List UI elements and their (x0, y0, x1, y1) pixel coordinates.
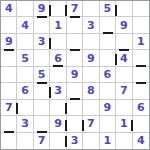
given-digit: 3 (87, 20, 95, 31)
cell-r2c1[interactable] (1, 17, 17, 33)
consecutive-marker-vertical (49, 38, 51, 49)
given-digit: 7 (5, 102, 13, 113)
given-digit: 6 (54, 53, 62, 64)
consecutive-marker-vertical (115, 54, 117, 65)
cell-r7c9[interactable]: 6 (133, 100, 149, 116)
cell-r1c9[interactable] (133, 1, 149, 17)
given-digit: 1 (54, 20, 62, 31)
cell-r6c6[interactable]: 8 (83, 83, 99, 99)
cell-r7c6[interactable] (83, 100, 99, 116)
cell-r2c5[interactable] (67, 17, 83, 33)
cell-r1c8[interactable] (116, 1, 132, 17)
cell-r6c9[interactable] (133, 83, 149, 99)
cell-r3c7[interactable] (100, 34, 116, 50)
given-digit: 9 (104, 102, 112, 113)
cell-r9c5[interactable]: 3 (67, 133, 83, 149)
given-digit: 7 (38, 135, 46, 146)
cell-r3c4[interactable] (50, 34, 66, 50)
given-digit: 4 (120, 53, 128, 64)
cell-r4c6[interactable]: 9 (83, 50, 99, 66)
cell-r1c6[interactable] (83, 1, 99, 17)
consecutive-marker-horizontal (4, 131, 14, 133)
given-digit: 8 (87, 85, 95, 96)
cell-r2c3[interactable] (34, 17, 50, 33)
cell-r2c9[interactable] (133, 17, 149, 33)
cell-r8c7[interactable] (100, 116, 116, 132)
consecutive-marker-horizontal (119, 49, 129, 51)
cell-r5c6[interactable] (83, 67, 99, 83)
given-digit: 3 (38, 36, 46, 47)
consecutive-marker-horizontal (103, 32, 113, 34)
given-digit: 7 (120, 85, 128, 96)
cell-r4c8[interactable]: 4 (116, 50, 132, 66)
sudoku-board: 497541399315694596638779639717314 (0, 0, 150, 150)
given-digit: 1 (120, 118, 128, 129)
cell-r1c1[interactable]: 4 (1, 1, 17, 17)
consecutive-marker-horizontal (37, 131, 47, 133)
given-digit: 5 (38, 69, 46, 80)
consecutive-marker-vertical (131, 120, 133, 131)
cell-r1c2[interactable] (17, 1, 33, 17)
consecutive-marker-horizontal (136, 65, 146, 67)
given-digit: 3 (71, 135, 79, 146)
given-digit: 6 (137, 102, 145, 113)
given-digit: 9 (71, 69, 79, 80)
consecutive-marker-horizontal (70, 49, 80, 51)
consecutive-marker-horizontal (37, 82, 47, 84)
consecutive-marker-horizontal (53, 65, 63, 67)
given-digit: 9 (54, 118, 62, 129)
cell-r2c6[interactable]: 3 (83, 17, 99, 33)
given-digit: 9 (120, 20, 128, 31)
given-digit: 6 (104, 69, 112, 80)
consecutive-marker-vertical (65, 103, 67, 114)
given-digit: 9 (5, 36, 13, 47)
cell-r5c7[interactable]: 6 (100, 67, 116, 83)
given-digit: 7 (87, 118, 95, 129)
given-digit: 5 (104, 3, 112, 14)
cell-r6c7[interactable] (100, 83, 116, 99)
cell-r6c8[interactable]: 7 (116, 83, 132, 99)
consecutive-marker-vertical (49, 87, 51, 98)
cell-r8c6[interactable]: 7 (83, 116, 99, 132)
cell-r5c8[interactable] (116, 67, 132, 83)
consecutive-marker-horizontal (136, 82, 146, 84)
cell-r7c8[interactable] (116, 100, 132, 116)
cell-r6c4[interactable]: 3 (50, 83, 66, 99)
cell-r2c8[interactable]: 9 (116, 17, 132, 33)
consecutive-marker-vertical (65, 136, 67, 147)
cell-r3c6[interactable] (83, 34, 99, 50)
consecutive-sudoku-screenshot: 497541399315694596638779639717314 (0, 0, 150, 150)
cell-r9c1[interactable] (1, 133, 17, 149)
cell-r4c2[interactable]: 5 (17, 50, 33, 66)
consecutive-marker-vertical (16, 103, 18, 114)
cell-r5c1[interactable] (1, 67, 17, 83)
given-digit: 3 (21, 118, 29, 129)
cell-r5c5[interactable]: 9 (67, 67, 83, 83)
cell-r3c2[interactable] (17, 34, 33, 50)
cell-r4c3[interactable] (34, 50, 50, 66)
consecutive-marker-horizontal (37, 16, 47, 18)
given-digit: 6 (21, 85, 29, 96)
cell-r4c5[interactable] (67, 50, 83, 66)
cell-r3c9[interactable]: 1 (133, 34, 149, 50)
consecutive-marker-vertical (49, 5, 51, 16)
consecutive-marker-vertical (65, 5, 67, 16)
consecutive-marker-horizontal (70, 16, 80, 18)
cell-r4c1[interactable] (1, 50, 17, 66)
consecutive-marker-horizontal (70, 98, 80, 100)
cell-r7c7[interactable]: 9 (100, 100, 116, 116)
cell-r7c5[interactable] (67, 100, 83, 116)
consecutive-marker-vertical (82, 120, 84, 131)
cell-r2c2[interactable]: 4 (17, 17, 33, 33)
consecutive-marker-horizontal (4, 49, 14, 51)
given-digit: 3 (54, 85, 62, 96)
given-digit: 4 (137, 135, 145, 146)
given-digit: 7 (71, 3, 79, 14)
cell-r9c9[interactable]: 4 (133, 133, 149, 149)
cell-r8c2[interactable]: 3 (17, 116, 33, 132)
given-digit: 9 (38, 3, 46, 14)
cell-r9c6[interactable] (83, 133, 99, 149)
consecutive-marker-vertical (115, 5, 117, 16)
given-digit: 1 (104, 135, 112, 146)
given-digit: 9 (87, 53, 95, 64)
cell-r7c2[interactable] (17, 100, 33, 116)
cell-r9c8[interactable] (116, 133, 132, 149)
given-digit: 1 (137, 36, 145, 47)
given-digit: 4 (5, 3, 13, 14)
cell-r9c3[interactable]: 7 (34, 133, 50, 149)
cell-r9c2[interactable] (17, 133, 33, 149)
cell-r5c4[interactable] (50, 67, 66, 83)
consecutive-marker-vertical (65, 120, 67, 131)
cell-r8c9[interactable] (133, 116, 149, 132)
cell-r6c2[interactable]: 6 (17, 83, 33, 99)
given-digit: 4 (21, 20, 29, 31)
cell-r7c3[interactable] (34, 100, 50, 116)
cell-r9c7[interactable]: 1 (100, 133, 116, 149)
cell-r2c4[interactable]: 1 (50, 17, 66, 33)
given-digit: 5 (21, 53, 29, 64)
cell-r5c2[interactable] (17, 67, 33, 83)
cell-r6c1[interactable] (1, 83, 17, 99)
